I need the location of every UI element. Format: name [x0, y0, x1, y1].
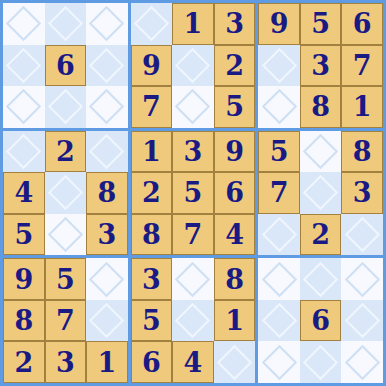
- cell-r4c1[interactable]: [3, 131, 45, 173]
- cell-r5c9: 3: [341, 172, 383, 214]
- cell-r2c9: 7: [341, 45, 383, 87]
- cell-r6c4: 8: [131, 214, 173, 256]
- cell-r3c8: 8: [300, 86, 342, 128]
- cell-value: 1: [353, 93, 372, 120]
- cell-value: 3: [311, 52, 330, 79]
- cell-value: 9: [14, 266, 33, 293]
- cell-r1c1[interactable]: [3, 3, 45, 45]
- diamond-icon: [261, 217, 296, 252]
- cell-value: 8: [353, 138, 372, 165]
- cell-r7c6: 8: [214, 258, 256, 300]
- cell-r2c7[interactable]: [258, 45, 300, 87]
- cell-r6c3: 3: [86, 214, 128, 256]
- box-r1c3: 9563781: [258, 3, 383, 128]
- cell-value: 3: [56, 349, 75, 376]
- cell-r1c8: 5: [300, 3, 342, 45]
- cell-r6c2[interactable]: [45, 214, 87, 256]
- diamond-icon: [261, 48, 296, 83]
- cell-r7c2: 5: [45, 258, 87, 300]
- cell-value: 3: [184, 138, 203, 165]
- cell-value: 1: [184, 10, 203, 37]
- cell-value: 1: [142, 138, 161, 165]
- diamond-icon: [261, 303, 296, 338]
- cell-r8c3[interactable]: [86, 300, 128, 342]
- cell-r5c6: 6: [214, 172, 256, 214]
- cell-r5c3: 8: [86, 172, 128, 214]
- sudoku-board: 6139275956378124853139256874587329587231…: [0, 0, 386, 386]
- cell-r1c3[interactable]: [86, 3, 128, 45]
- cell-r7c8[interactable]: [300, 258, 342, 300]
- cell-value: 8: [14, 307, 33, 334]
- cell-r2c3[interactable]: [86, 45, 128, 87]
- diamond-icon: [48, 89, 83, 124]
- cell-value: 6: [311, 307, 330, 334]
- diamond-icon: [48, 175, 83, 210]
- cell-r8c6: 1: [214, 300, 256, 342]
- cell-r1c9: 6: [341, 3, 383, 45]
- diamond-icon: [89, 6, 124, 41]
- cell-r6c6: 4: [214, 214, 256, 256]
- cell-value: 3: [142, 266, 161, 293]
- diamond-icon: [175, 303, 210, 338]
- cell-value: 5: [225, 93, 244, 120]
- cell-r1c7: 9: [258, 3, 300, 45]
- diamond-icon: [89, 134, 124, 169]
- cell-r1c6: 3: [214, 3, 256, 45]
- diamond-icon: [175, 261, 210, 296]
- diamond-icon: [89, 48, 124, 83]
- cell-value: 1: [225, 307, 244, 334]
- cell-r4c6: 9: [214, 131, 256, 173]
- diamond-icon: [89, 261, 124, 296]
- cell-value: 2: [142, 179, 161, 206]
- cell-r9c5: 4: [172, 341, 214, 383]
- diamond-icon: [6, 48, 41, 83]
- cell-value: 5: [56, 266, 75, 293]
- cell-r3c9: 1: [341, 86, 383, 128]
- cell-r2c2: 6: [45, 45, 87, 87]
- diamond-icon: [303, 345, 338, 380]
- cell-r9c7[interactable]: [258, 341, 300, 383]
- cell-r8c4: 5: [131, 300, 173, 342]
- diamond-icon: [48, 6, 83, 41]
- diamond-icon: [303, 261, 338, 296]
- cell-value: 7: [142, 93, 161, 120]
- cell-value: 5: [270, 138, 289, 165]
- cell-value: 5: [184, 179, 203, 206]
- diamond-icon: [261, 345, 296, 380]
- cell-r2c1[interactable]: [3, 45, 45, 87]
- cell-r7c5[interactable]: [172, 258, 214, 300]
- box-r2c3: 58732: [258, 131, 383, 256]
- cell-r7c3[interactable]: [86, 258, 128, 300]
- cell-value: 7: [184, 221, 203, 248]
- cell-value: 5: [14, 221, 33, 248]
- cell-r9c2: 3: [45, 341, 87, 383]
- cell-value: 8: [311, 93, 330, 120]
- box-r2c2: 139256874: [131, 131, 256, 256]
- cell-value: 8: [97, 179, 116, 206]
- cell-r9c3: 1: [86, 341, 128, 383]
- cell-value: 3: [97, 221, 116, 248]
- cell-value: 3: [353, 179, 372, 206]
- cell-value: 8: [142, 221, 161, 248]
- cell-value: 7: [270, 179, 289, 206]
- cell-value: 6: [56, 52, 75, 79]
- diamond-icon: [6, 134, 41, 169]
- cell-r3c5[interactable]: [172, 86, 214, 128]
- cell-r1c2[interactable]: [45, 3, 87, 45]
- cell-r2c8: 3: [300, 45, 342, 87]
- cell-r6c1: 5: [3, 214, 45, 256]
- diamond-icon: [6, 6, 41, 41]
- cell-r9c1: 2: [3, 341, 45, 383]
- cell-r9c9[interactable]: [341, 341, 383, 383]
- cell-value: 2: [311, 221, 330, 248]
- cell-r3c4: 7: [131, 86, 173, 128]
- box-r2c1: 24853: [3, 131, 128, 256]
- cell-value: 3: [225, 10, 244, 37]
- diamond-icon: [345, 303, 380, 338]
- cell-value: 8: [225, 266, 244, 293]
- cell-r4c7: 5: [258, 131, 300, 173]
- cell-value: 4: [14, 179, 33, 206]
- cell-r8c8: 6: [300, 300, 342, 342]
- cell-r7c4: 3: [131, 258, 173, 300]
- cell-r8c9[interactable]: [341, 300, 383, 342]
- cell-r9c6[interactable]: [214, 341, 256, 383]
- cell-value: 6: [142, 349, 161, 376]
- cell-value: 9: [142, 52, 161, 79]
- cell-value: 5: [142, 307, 161, 334]
- cell-r5c5: 5: [172, 172, 214, 214]
- cell-r5c7: 7: [258, 172, 300, 214]
- diamond-icon: [89, 89, 124, 124]
- cell-value: 7: [56, 307, 75, 334]
- cell-r2c4: 9: [131, 45, 173, 87]
- diamond-icon: [261, 89, 296, 124]
- diamond-icon: [303, 175, 338, 210]
- cell-value: 7: [353, 52, 372, 79]
- cell-r5c4: 2: [131, 172, 173, 214]
- cell-r8c1: 8: [3, 300, 45, 342]
- diamond-icon: [175, 48, 210, 83]
- cell-r8c5[interactable]: [172, 300, 214, 342]
- cell-r6c5: 7: [172, 214, 214, 256]
- cell-r5c2[interactable]: [45, 172, 87, 214]
- cell-value: 9: [270, 10, 289, 37]
- diamond-icon: [261, 261, 296, 296]
- cell-r7c7[interactable]: [258, 258, 300, 300]
- diamond-icon: [303, 134, 338, 169]
- cell-r3c3[interactable]: [86, 86, 128, 128]
- box-r1c2: 139275: [131, 3, 256, 128]
- cell-r1c5: 1: [172, 3, 214, 45]
- cell-value: 2: [225, 52, 244, 79]
- cell-r4c3[interactable]: [86, 131, 128, 173]
- cell-r8c7[interactable]: [258, 300, 300, 342]
- cell-r6c7[interactable]: [258, 214, 300, 256]
- cell-r3c1[interactable]: [3, 86, 45, 128]
- cell-value: 9: [225, 138, 244, 165]
- diamond-icon: [134, 6, 169, 41]
- cell-r9c8[interactable]: [300, 341, 342, 383]
- diamond-icon: [345, 261, 380, 296]
- diamond-icon: [6, 89, 41, 124]
- diamond-icon: [89, 303, 124, 338]
- cell-r5c1: 4: [3, 172, 45, 214]
- diamond-icon: [48, 217, 83, 252]
- cell-r1c4[interactable]: [131, 3, 173, 45]
- box-r3c1: 9587231: [3, 258, 128, 383]
- cell-r9c4: 6: [131, 341, 173, 383]
- cell-r4c8[interactable]: [300, 131, 342, 173]
- page: { "game": "sudoku", "position": "0000139…: [0, 0, 386, 386]
- cell-r4c9: 8: [341, 131, 383, 173]
- cell-value: 1: [97, 349, 116, 376]
- cell-r3c7[interactable]: [258, 86, 300, 128]
- cell-value: 4: [225, 221, 244, 248]
- cell-value: 4: [184, 349, 203, 376]
- cell-r4c4: 1: [131, 131, 173, 173]
- cell-value: 2: [14, 349, 33, 376]
- cell-r4c5: 3: [172, 131, 214, 173]
- diamond-icon: [345, 345, 380, 380]
- cell-r6c8: 2: [300, 214, 342, 256]
- cell-r4c2: 2: [45, 131, 87, 173]
- cell-r3c6: 5: [214, 86, 256, 128]
- box-r1c1: 6: [3, 3, 128, 128]
- cell-r2c5[interactable]: [172, 45, 214, 87]
- diamond-icon: [175, 89, 210, 124]
- cell-value: 5: [311, 10, 330, 37]
- diamond-icon: [217, 345, 252, 380]
- box-r3c3: 6: [258, 258, 383, 383]
- cell-r5c8[interactable]: [300, 172, 342, 214]
- cell-r8c2: 7: [45, 300, 87, 342]
- cell-r3c2[interactable]: [45, 86, 87, 128]
- cell-r2c6: 2: [214, 45, 256, 87]
- cell-value: 6: [353, 10, 372, 37]
- diamond-icon: [345, 217, 380, 252]
- cell-r7c1: 9: [3, 258, 45, 300]
- box-r3c2: 385164: [131, 258, 256, 383]
- cell-value: 6: [225, 179, 244, 206]
- cell-value: 2: [56, 138, 75, 165]
- cell-r7c9[interactable]: [341, 258, 383, 300]
- cell-r6c9[interactable]: [341, 214, 383, 256]
